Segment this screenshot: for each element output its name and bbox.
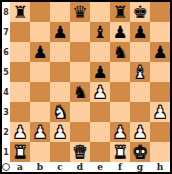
square-e4[interactable]: ♟	[90, 82, 110, 102]
square-h6[interactable]: ♟	[150, 42, 170, 62]
square-d2[interactable]	[70, 122, 90, 142]
square-c6[interactable]	[50, 42, 70, 62]
square-c5[interactable]	[50, 62, 70, 82]
square-f4[interactable]	[110, 82, 130, 102]
black-knight-piece[interactable]: ♞	[72, 84, 87, 101]
black-queen-piece[interactable]: ♛	[72, 4, 87, 21]
to-move-corner	[2, 162, 10, 172]
square-h1[interactable]	[150, 142, 170, 162]
square-f2[interactable]: ♟	[110, 122, 130, 142]
rank-label-2: 2	[2, 122, 10, 142]
square-a5[interactable]	[10, 62, 30, 82]
square-g4[interactable]	[130, 82, 150, 102]
square-e2[interactable]	[90, 122, 110, 142]
square-g8[interactable]: ♚	[130, 2, 150, 22]
square-e3[interactable]	[90, 102, 110, 122]
square-b1[interactable]	[30, 142, 50, 162]
square-g1[interactable]: ♚	[130, 142, 150, 162]
white-rook-piece[interactable]: ♜	[12, 144, 27, 161]
square-c4[interactable]	[50, 82, 70, 102]
square-f1[interactable]: ♜	[110, 142, 130, 162]
white-pawn-piece[interactable]: ♟	[92, 84, 107, 101]
rank-labels: 87654321	[2, 2, 10, 162]
file-label-a: a	[10, 162, 30, 172]
black-rook-piece[interactable]: ♜	[12, 4, 27, 21]
black-pawn-piece[interactable]: ♟	[112, 24, 127, 41]
white-rook-piece[interactable]: ♜	[112, 144, 127, 161]
white-knight-piece[interactable]: ♞	[52, 104, 67, 121]
square-e5[interactable]: ♟	[90, 62, 110, 82]
square-f5[interactable]	[110, 62, 130, 82]
black-king-piece[interactable]: ♚	[132, 4, 147, 21]
square-a1[interactable]: ♜	[10, 142, 30, 162]
square-c2[interactable]: ♟	[50, 122, 70, 142]
square-h2[interactable]	[150, 122, 170, 142]
square-a4[interactable]	[10, 82, 30, 102]
square-d4[interactable]: ♞	[70, 82, 90, 102]
file-label-c: c	[50, 162, 70, 172]
square-h8[interactable]	[150, 2, 170, 22]
square-a6[interactable]	[10, 42, 30, 62]
square-e1[interactable]	[90, 142, 110, 162]
rank-label-7: 7	[2, 22, 10, 42]
rank-label-1: 1	[2, 142, 10, 162]
black-pawn-piece[interactable]: ♟	[152, 44, 167, 61]
file-label-g: g	[130, 162, 150, 172]
rank-label-6: 6	[2, 42, 10, 62]
rank-label-3: 3	[2, 102, 10, 122]
file-labels: abcdefgh	[10, 162, 170, 172]
square-g5[interactable]: ♝	[130, 62, 150, 82]
white-pawn-piece[interactable]: ♟	[52, 124, 67, 141]
chess-diagram: 87654321 ♜♛♜♚♟♝♟♟♟♞♟♟♝♞♟♞♟♟♟♟♟♟♜♛♜♚ abcd…	[0, 0, 172, 174]
square-b4[interactable]	[30, 82, 50, 102]
square-e8[interactable]	[90, 2, 110, 22]
square-d5[interactable]	[70, 62, 90, 82]
square-d1[interactable]: ♛	[70, 142, 90, 162]
black-pawn-piece[interactable]: ♟	[52, 24, 67, 41]
square-d6[interactable]	[70, 42, 90, 62]
square-h5[interactable]	[150, 62, 170, 82]
square-d3[interactable]	[70, 102, 90, 122]
square-f7[interactable]: ♟	[110, 22, 130, 42]
square-e6[interactable]	[90, 42, 110, 62]
square-b6[interactable]: ♟	[30, 42, 50, 62]
file-label-f: f	[110, 162, 130, 172]
square-h4[interactable]	[150, 82, 170, 102]
square-a7[interactable]	[10, 22, 30, 42]
black-pawn-piece[interactable]: ♟	[32, 44, 47, 61]
black-pawn-piece[interactable]: ♟	[92, 64, 107, 81]
square-a3[interactable]	[10, 102, 30, 122]
square-c3[interactable]: ♞	[50, 102, 70, 122]
black-rook-piece[interactable]: ♜	[112, 4, 127, 21]
board: ♜♛♜♚♟♝♟♟♟♞♟♟♝♞♟♞♟♟♟♟♟♟♜♛♜♚	[10, 2, 170, 162]
file-label-d: d	[70, 162, 90, 172]
white-pawn-piece[interactable]: ♟	[152, 104, 167, 121]
rank-label-4: 4	[2, 82, 10, 102]
black-knight-piece[interactable]: ♞	[112, 44, 127, 61]
square-f6[interactable]: ♞	[110, 42, 130, 62]
square-b8[interactable]	[30, 2, 50, 22]
square-g3[interactable]	[130, 102, 150, 122]
white-queen-piece[interactable]: ♛	[72, 144, 87, 161]
square-h7[interactable]	[150, 22, 170, 42]
white-king-piece[interactable]: ♚	[132, 144, 147, 161]
square-f8[interactable]: ♜	[110, 2, 130, 22]
square-g6[interactable]	[130, 42, 150, 62]
square-a2[interactable]: ♟	[10, 122, 30, 142]
square-g7[interactable]: ♟	[130, 22, 150, 42]
square-b5[interactable]	[30, 62, 50, 82]
white-pawn-piece[interactable]: ♟	[12, 124, 27, 141]
white-pawn-piece[interactable]: ♟	[112, 124, 127, 141]
square-d8[interactable]: ♛	[70, 2, 90, 22]
black-pawn-piece[interactable]: ♟	[132, 24, 147, 41]
square-b3[interactable]	[30, 102, 50, 122]
square-c1[interactable]	[50, 142, 70, 162]
file-label-e: e	[90, 162, 110, 172]
white-pawn-piece[interactable]: ♟	[32, 124, 47, 141]
square-a8[interactable]: ♜	[10, 2, 30, 22]
white-bishop-piece[interactable]: ♝	[132, 64, 147, 81]
file-label-b: b	[30, 162, 50, 172]
square-b2[interactable]: ♟	[30, 122, 50, 142]
square-g2[interactable]: ♟	[130, 122, 150, 142]
white-pawn-piece[interactable]: ♟	[132, 124, 147, 141]
diagram-inner: 87654321 ♜♛♜♚♟♝♟♟♟♞♟♟♝♞♟♞♟♟♟♟♟♟♜♛♜♚ abcd…	[2, 2, 170, 172]
square-c7[interactable]: ♟	[50, 22, 70, 42]
white-to-move-indicator	[2, 163, 10, 171]
rank-label-5: 5	[2, 62, 10, 82]
rank-label-8: 8	[2, 2, 10, 22]
square-e7[interactable]: ♝	[90, 22, 110, 42]
square-d7[interactable]	[70, 22, 90, 42]
square-h3[interactable]: ♟	[150, 102, 170, 122]
file-label-h: h	[150, 162, 170, 172]
square-b7[interactable]	[30, 22, 50, 42]
square-f3[interactable]	[110, 102, 130, 122]
black-bishop-piece[interactable]: ♝	[92, 24, 107, 41]
square-c8[interactable]	[50, 2, 70, 22]
